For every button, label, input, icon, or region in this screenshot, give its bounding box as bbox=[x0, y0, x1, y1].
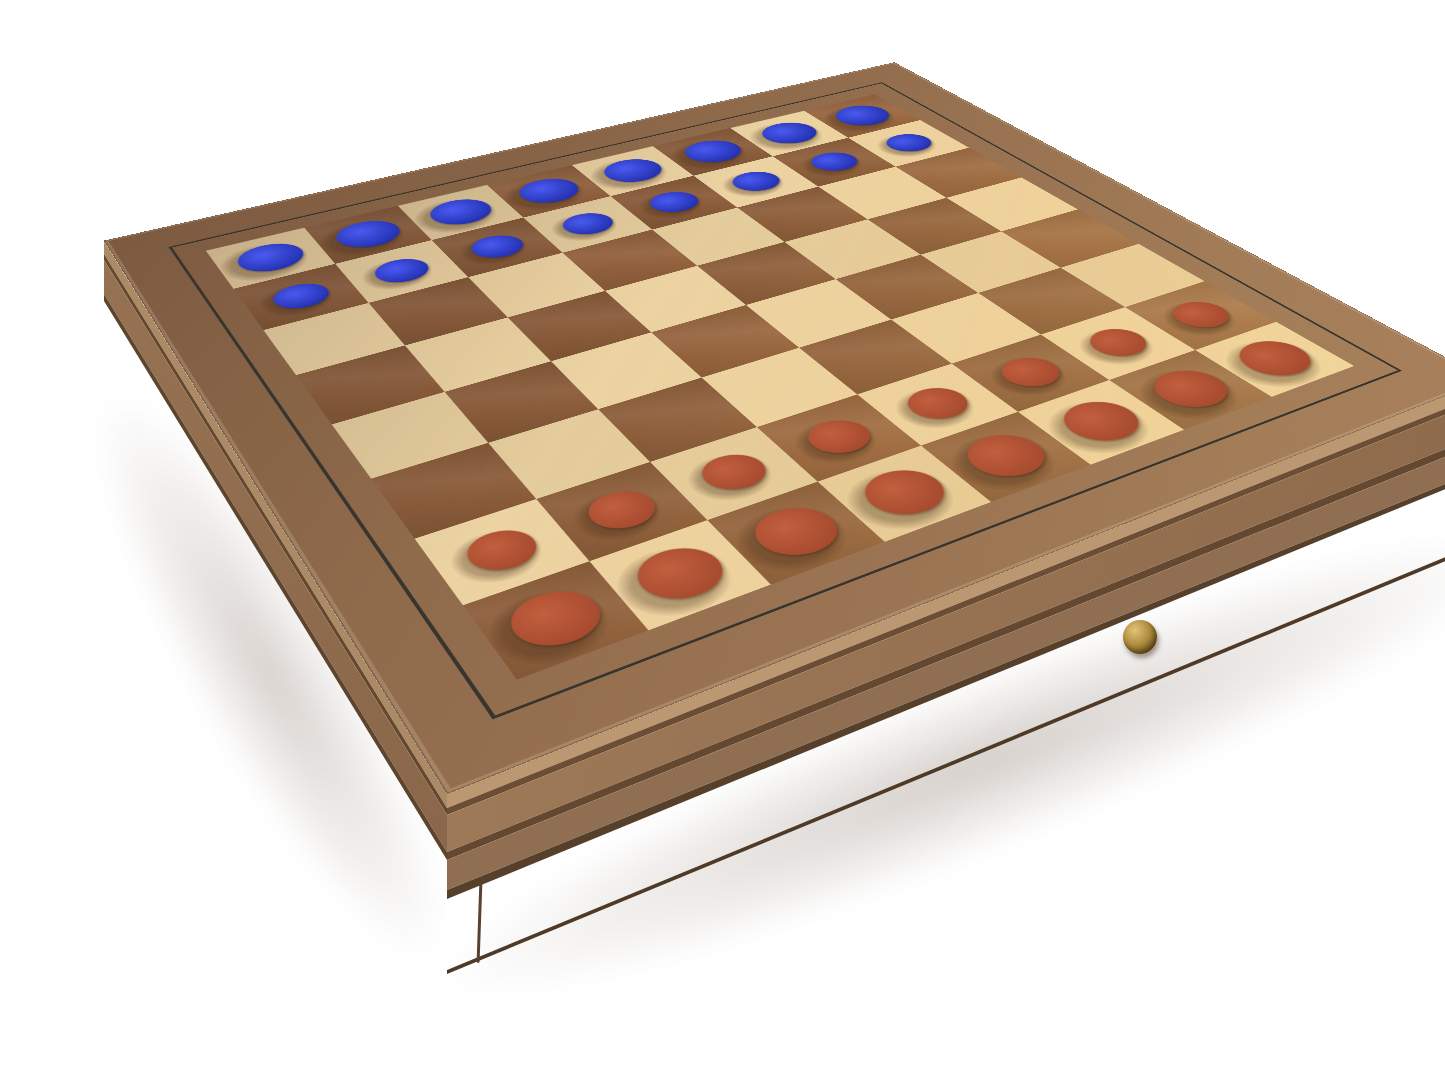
pawn-icon: ♟ bbox=[246, 265, 371, 298]
chess-set-photo: ♜♞♝♛♚♝♞♜♟♟♟♟♟♟♟♟♟♟♟♟♟♟♟♟♜♞♝♛♚♝♞♜ bbox=[0, 0, 1445, 1084]
drawer-knob[interactable] bbox=[1123, 620, 1157, 654]
rook-icon: ♜ bbox=[205, 222, 355, 260]
